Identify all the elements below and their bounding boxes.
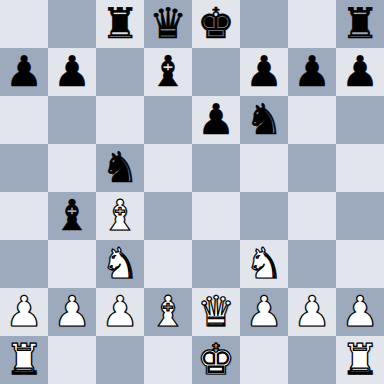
square-c6[interactable]: [96, 96, 144, 144]
square-e3[interactable]: [192, 240, 240, 288]
square-a1[interactable]: ♜: [0, 336, 48, 384]
square-b8[interactable]: [48, 0, 96, 48]
square-f8[interactable]: [240, 0, 288, 48]
square-c3[interactable]: ♞: [96, 240, 144, 288]
square-g1[interactable]: [288, 336, 336, 384]
square-d5[interactable]: [144, 144, 192, 192]
square-e4[interactable]: [192, 192, 240, 240]
chess-board: ♜♛♚♜♟♟♝♟♟♟♟♞♞♝♝♞♞♟♟♟♝♛♟♟♟♜♚♜: [0, 0, 384, 384]
black-bishop: ♝: [53, 192, 91, 240]
square-b2[interactable]: ♟: [48, 288, 96, 336]
square-c7[interactable]: [96, 48, 144, 96]
square-h4[interactable]: [336, 192, 384, 240]
square-h5[interactable]: [336, 144, 384, 192]
white-queen: ♛: [197, 288, 235, 336]
black-rook: ♜: [341, 0, 379, 48]
square-h7[interactable]: ♟: [336, 48, 384, 96]
square-d8[interactable]: ♛: [144, 0, 192, 48]
square-f6[interactable]: ♞: [240, 96, 288, 144]
square-f5[interactable]: [240, 144, 288, 192]
square-d4[interactable]: [144, 192, 192, 240]
square-c1[interactable]: [96, 336, 144, 384]
white-bishop: ♝: [149, 288, 187, 336]
white-pawn: ♟: [293, 288, 331, 336]
square-c5[interactable]: ♞: [96, 144, 144, 192]
black-rook: ♜: [101, 0, 139, 48]
square-h6[interactable]: [336, 96, 384, 144]
square-a3[interactable]: [0, 240, 48, 288]
square-h8[interactable]: ♜: [336, 0, 384, 48]
square-g3[interactable]: [288, 240, 336, 288]
white-rook: ♜: [341, 336, 379, 384]
square-b6[interactable]: [48, 96, 96, 144]
black-bishop: ♝: [149, 48, 187, 96]
square-d7[interactable]: ♝: [144, 48, 192, 96]
square-c2[interactable]: ♟: [96, 288, 144, 336]
square-b4[interactable]: ♝: [48, 192, 96, 240]
black-pawn: ♟: [245, 48, 283, 96]
square-d6[interactable]: [144, 96, 192, 144]
square-f3[interactable]: ♞: [240, 240, 288, 288]
white-rook: ♜: [5, 336, 43, 384]
square-f4[interactable]: [240, 192, 288, 240]
square-g8[interactable]: [288, 0, 336, 48]
black-pawn: ♟: [5, 48, 43, 96]
white-knight: ♞: [101, 240, 139, 288]
square-g2[interactable]: ♟: [288, 288, 336, 336]
white-pawn: ♟: [245, 288, 283, 336]
square-g4[interactable]: [288, 192, 336, 240]
square-g7[interactable]: ♟: [288, 48, 336, 96]
white-pawn: ♟: [53, 288, 91, 336]
square-e5[interactable]: [192, 144, 240, 192]
square-a6[interactable]: [0, 96, 48, 144]
square-b5[interactable]: [48, 144, 96, 192]
square-c8[interactable]: ♜: [96, 0, 144, 48]
white-pawn: ♟: [5, 288, 43, 336]
square-d1[interactable]: [144, 336, 192, 384]
white-king: ♚: [197, 336, 235, 384]
square-e2[interactable]: ♛: [192, 288, 240, 336]
black-knight: ♞: [101, 144, 139, 192]
square-a7[interactable]: ♟: [0, 48, 48, 96]
square-a2[interactable]: ♟: [0, 288, 48, 336]
square-f7[interactable]: ♟: [240, 48, 288, 96]
square-b7[interactable]: ♟: [48, 48, 96, 96]
square-e7[interactable]: [192, 48, 240, 96]
square-a4[interactable]: [0, 192, 48, 240]
square-h3[interactable]: [336, 240, 384, 288]
white-pawn: ♟: [341, 288, 379, 336]
square-e8[interactable]: ♚: [192, 0, 240, 48]
square-g6[interactable]: [288, 96, 336, 144]
square-b3[interactable]: [48, 240, 96, 288]
square-e6[interactable]: ♟: [192, 96, 240, 144]
black-pawn: ♟: [293, 48, 331, 96]
black-pawn: ♟: [341, 48, 379, 96]
square-f2[interactable]: ♟: [240, 288, 288, 336]
black-pawn: ♟: [53, 48, 91, 96]
square-g5[interactable]: [288, 144, 336, 192]
square-d3[interactable]: [144, 240, 192, 288]
black-pawn: ♟: [197, 96, 235, 144]
white-bishop: ♝: [101, 192, 139, 240]
square-d2[interactable]: ♝: [144, 288, 192, 336]
white-pawn: ♟: [101, 288, 139, 336]
black-king: ♚: [197, 0, 235, 48]
square-a5[interactable]: [0, 144, 48, 192]
square-c4[interactable]: ♝: [96, 192, 144, 240]
black-queen: ♛: [149, 0, 187, 48]
black-knight: ♞: [245, 96, 283, 144]
square-e1[interactable]: ♚: [192, 336, 240, 384]
square-h2[interactable]: ♟: [336, 288, 384, 336]
square-h1[interactable]: ♜: [336, 336, 384, 384]
white-knight: ♞: [245, 240, 283, 288]
square-a8[interactable]: [0, 0, 48, 48]
square-f1[interactable]: [240, 336, 288, 384]
square-b1[interactable]: [48, 336, 96, 384]
